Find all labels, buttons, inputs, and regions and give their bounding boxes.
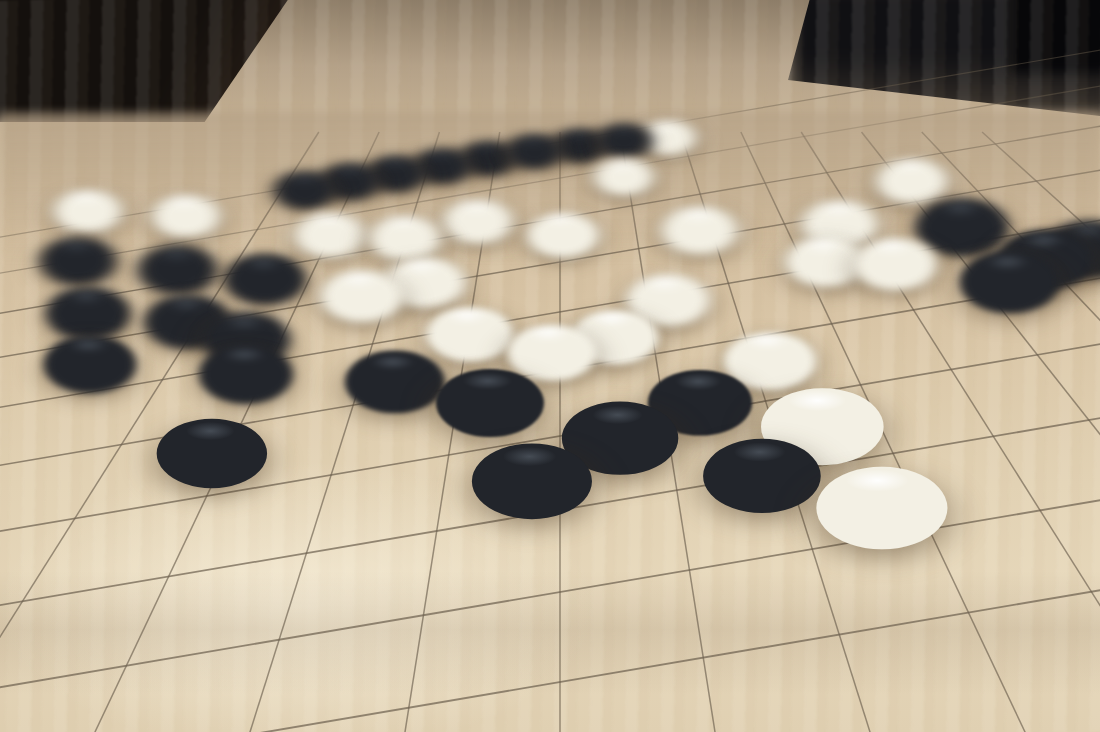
stone-highlight: [186, 422, 234, 440]
stone-highlight: [429, 149, 453, 158]
stone-highlight: [521, 135, 545, 144]
stone-highlight: [504, 447, 556, 466]
black-stone-glyph: ●: [502, 124, 566, 170]
stone-highlight: [69, 190, 102, 202]
stone-black[interactable]: ●: [704, 431, 820, 504]
stone-highlight: [246, 256, 280, 269]
stone-highlight: [846, 469, 908, 492]
stone-highlight: [336, 164, 362, 174]
stone-highlight: [160, 248, 194, 260]
stone-highlight: [788, 390, 846, 411]
stone-highlight: [804, 238, 842, 252]
stone-highlight: [68, 338, 108, 353]
white-stone-glyph: ●: [847, 224, 943, 293]
go-board-photo-scene: ●●●●●●●●●●●●●●●●●●●●●●●●●●●●●●●●●●●●●●●●…: [0, 0, 1100, 732]
stone-highlight: [446, 308, 487, 323]
stone-white[interactable]: ●: [818, 458, 947, 539]
stone-highlight: [940, 201, 980, 216]
stone-black[interactable]: ●: [473, 435, 591, 509]
stone-highlight: [819, 201, 856, 214]
stone-black[interactable]: ●: [200, 338, 292, 396]
stone-highlight: [60, 239, 93, 251]
white-stone-glyph: ●: [521, 199, 604, 259]
stone-highlight: [458, 200, 492, 212]
white-stone-glyph: ●: [807, 445, 957, 553]
stone-white[interactable]: ●: [527, 207, 599, 252]
stone-highlight: [679, 207, 716, 220]
stone-highlight: [167, 195, 200, 207]
stone-highlight: [475, 141, 499, 150]
stone-black[interactable]: ●: [158, 411, 266, 479]
black-stone-glyph: ●: [463, 423, 600, 522]
white-stone-glyph: ●: [437, 187, 519, 246]
stone-white[interactable]: ●: [594, 154, 654, 192]
stone-black[interactable]: ●: [45, 329, 136, 386]
stone-highlight: [464, 372, 511, 389]
stone-white[interactable]: ●: [854, 232, 937, 284]
black-stone-glyph: ●: [37, 319, 142, 395]
stone-highlight: [68, 289, 104, 303]
stone-white[interactable]: ●: [443, 194, 513, 238]
black-stone-glyph: ●: [953, 234, 1067, 316]
stone-white[interactable]: ●: [662, 201, 738, 249]
white-stone-glyph: ●: [656, 193, 745, 257]
stone-black[interactable]: ●: [506, 129, 562, 164]
stone-highlight: [607, 159, 636, 170]
stone-highlight: [290, 173, 317, 183]
black-stone-glyph: ●: [149, 400, 275, 491]
stone-black[interactable]: ●: [961, 244, 1060, 306]
white-stone-glyph: ●: [314, 256, 410, 325]
stone-highlight: [528, 325, 570, 340]
stone-highlight: [734, 442, 785, 461]
stone-highlight: [224, 347, 265, 362]
white-stone-glyph: ●: [589, 148, 658, 198]
stone-white[interactable]: ●: [321, 265, 404, 317]
